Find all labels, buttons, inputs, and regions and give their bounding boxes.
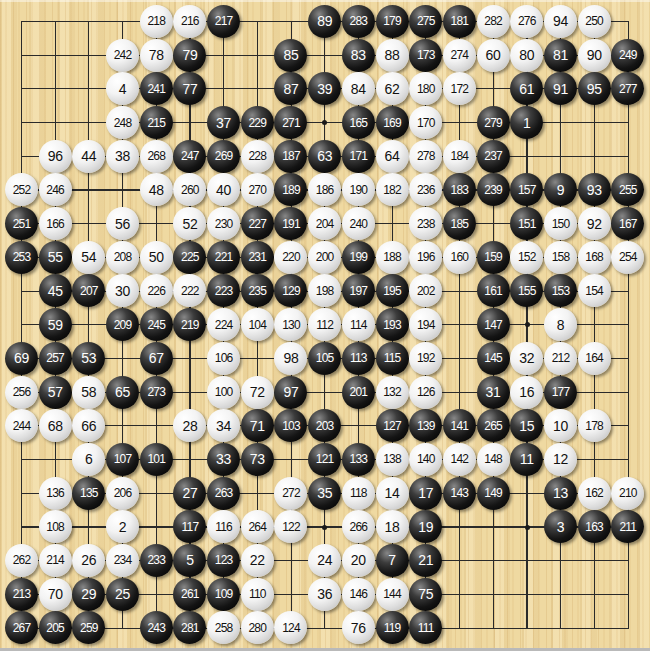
intersection-13-0[interactable]: 181 [443, 5, 477, 39]
white-stone-230[interactable]: 230 [207, 207, 240, 240]
black-stone-103[interactable]: 103 [274, 409, 307, 442]
intersection-11-11[interactable]: 132 [375, 375, 409, 409]
intersection-12-17[interactable]: 75 [409, 577, 443, 611]
black-stone-101[interactable]: 101 [140, 443, 173, 476]
intersection-4-15[interactable] [139, 510, 173, 544]
intersection-3-15[interactable]: 2 [106, 510, 140, 544]
white-stone-56[interactable]: 56 [106, 207, 139, 240]
intersection-9-18[interactable] [308, 611, 342, 645]
black-stone-223[interactable]: 223 [207, 274, 240, 307]
intersection-0-16[interactable]: 262 [5, 544, 39, 578]
black-stone-39[interactable]: 39 [308, 72, 341, 105]
white-stone-160[interactable]: 160 [443, 241, 476, 274]
intersection-13-10[interactable] [443, 342, 477, 376]
black-stone-245[interactable]: 245 [140, 308, 173, 341]
white-stone-6[interactable]: 6 [72, 443, 105, 476]
intersection-1-13[interactable] [38, 443, 72, 477]
white-stone-236[interactable]: 236 [409, 173, 442, 206]
intersection-4-2[interactable]: 241 [139, 72, 173, 106]
intersection-3-1[interactable]: 242 [106, 38, 140, 72]
black-stone-271[interactable]: 271 [274, 106, 307, 139]
intersection-15-14[interactable] [510, 476, 544, 510]
intersection-1-5[interactable]: 246 [38, 173, 72, 207]
white-stone-166[interactable]: 166 [39, 207, 72, 240]
intersection-0-11[interactable]: 256 [5, 375, 39, 409]
intersection-6-3[interactable]: 37 [207, 106, 241, 140]
intersection-7-15[interactable]: 264 [240, 510, 274, 544]
intersection-6-4[interactable]: 269 [207, 139, 241, 173]
intersection-3-10[interactable] [106, 342, 140, 376]
white-stone-94[interactable]: 94 [544, 5, 577, 38]
white-stone-12[interactable]: 12 [544, 443, 577, 476]
intersection-5-8[interactable]: 222 [173, 274, 207, 308]
intersection-11-6[interactable] [375, 207, 409, 241]
black-stone-177[interactable]: 177 [544, 376, 577, 409]
intersection-18-11[interactable] [611, 375, 645, 409]
intersection-18-0[interactable] [611, 5, 645, 39]
white-stone-270[interactable]: 270 [241, 173, 274, 206]
black-stone-163[interactable]: 163 [578, 510, 611, 543]
intersection-2-14[interactable]: 135 [72, 476, 106, 510]
white-stone-44[interactable]: 44 [72, 140, 105, 173]
intersection-6-17[interactable]: 109 [207, 577, 241, 611]
intersection-18-12[interactable] [611, 409, 645, 443]
intersection-6-15[interactable]: 116 [207, 510, 241, 544]
white-stone-66[interactable]: 66 [72, 409, 105, 442]
white-stone-58[interactable]: 58 [72, 376, 105, 409]
white-stone-118[interactable]: 118 [342, 477, 375, 510]
black-stone-195[interactable]: 195 [376, 274, 409, 307]
intersection-7-7[interactable]: 231 [240, 240, 274, 274]
intersection-14-17[interactable] [476, 577, 510, 611]
intersection-15-7[interactable]: 152 [510, 240, 544, 274]
intersection-2-15[interactable] [72, 510, 106, 544]
black-stone-259[interactable]: 259 [72, 611, 105, 644]
black-stone-119[interactable]: 119 [376, 611, 409, 644]
intersection-17-1[interactable]: 90 [577, 38, 611, 72]
intersection-6-6[interactable]: 230 [207, 207, 241, 241]
intersection-7-18[interactable]: 280 [240, 611, 274, 645]
intersection-1-18[interactable]: 205 [38, 611, 72, 645]
black-stone-3[interactable]: 3 [544, 510, 577, 543]
intersection-13-2[interactable]: 172 [443, 72, 477, 106]
intersection-10-17[interactable]: 146 [342, 577, 376, 611]
intersection-16-16[interactable] [544, 544, 578, 578]
intersection-7-10[interactable] [240, 342, 274, 376]
intersection-1-4[interactable]: 96 [38, 139, 72, 173]
intersection-10-10[interactable]: 113 [342, 342, 376, 376]
black-stone-233[interactable]: 233 [140, 544, 173, 577]
white-stone-206[interactable]: 206 [106, 477, 139, 510]
black-stone-203[interactable]: 203 [308, 409, 341, 442]
intersection-7-1[interactable] [240, 38, 274, 72]
black-stone-77[interactable]: 77 [173, 72, 206, 105]
white-stone-274[interactable]: 274 [443, 39, 476, 72]
intersection-12-4[interactable]: 278 [409, 139, 443, 173]
intersection-15-11[interactable]: 16 [510, 375, 544, 409]
intersection-10-5[interactable]: 190 [342, 173, 376, 207]
intersection-11-9[interactable]: 193 [375, 308, 409, 342]
white-stone-210[interactable]: 210 [611, 477, 644, 510]
intersection-4-13[interactable]: 101 [139, 443, 173, 477]
intersection-0-10[interactable]: 69 [5, 342, 39, 376]
intersection-15-4[interactable] [510, 139, 544, 173]
intersection-10-8[interactable]: 197 [342, 274, 376, 308]
black-stone-57[interactable]: 57 [39, 376, 72, 409]
intersection-4-11[interactable]: 273 [139, 375, 173, 409]
intersection-15-13[interactable]: 11 [510, 443, 544, 477]
intersection-17-8[interactable]: 154 [577, 274, 611, 308]
intersection-11-16[interactable]: 7 [375, 544, 409, 578]
intersection-5-18[interactable]: 281 [173, 611, 207, 645]
black-stone-267[interactable]: 267 [5, 611, 38, 644]
white-stone-90[interactable]: 90 [578, 39, 611, 72]
black-stone-229[interactable]: 229 [241, 106, 274, 139]
intersection-0-12[interactable]: 244 [5, 409, 39, 443]
intersection-6-1[interactable] [207, 38, 241, 72]
intersection-0-6[interactable]: 251 [5, 207, 39, 241]
intersection-16-6[interactable]: 150 [544, 207, 578, 241]
intersection-0-4[interactable] [5, 139, 39, 173]
black-stone-227[interactable]: 227 [241, 207, 274, 240]
black-stone-277[interactable]: 277 [611, 72, 644, 105]
white-stone-142[interactable]: 142 [443, 443, 476, 476]
black-stone-83[interactable]: 83 [342, 39, 375, 72]
intersection-4-8[interactable]: 226 [139, 274, 173, 308]
black-stone-161[interactable]: 161 [477, 274, 510, 307]
intersection-17-0[interactable]: 250 [577, 5, 611, 39]
intersection-12-16[interactable]: 21 [409, 544, 443, 578]
intersection-10-6[interactable]: 240 [342, 207, 376, 241]
black-stone-171[interactable]: 171 [342, 140, 375, 173]
intersection-12-7[interactable]: 196 [409, 240, 443, 274]
intersection-12-18[interactable]: 111 [409, 611, 443, 645]
intersection-14-14[interactable]: 149 [476, 476, 510, 510]
black-stone-127[interactable]: 127 [376, 409, 409, 442]
white-stone-238[interactable]: 238 [409, 207, 442, 240]
black-stone-257[interactable]: 257 [39, 342, 72, 375]
white-stone-112[interactable]: 112 [308, 308, 341, 341]
intersection-0-8[interactable] [5, 274, 39, 308]
white-stone-224[interactable]: 224 [207, 308, 240, 341]
intersection-9-3[interactable] [308, 106, 342, 140]
black-stone-201[interactable]: 201 [342, 376, 375, 409]
black-stone-215[interactable]: 215 [140, 106, 173, 139]
intersection-3-5[interactable] [106, 173, 140, 207]
intersection-8-3[interactable]: 271 [274, 106, 308, 140]
white-stone-278[interactable]: 278 [409, 140, 442, 173]
intersection-13-8[interactable] [443, 274, 477, 308]
intersection-8-8[interactable]: 129 [274, 274, 308, 308]
white-stone-98[interactable]: 98 [274, 342, 307, 375]
white-stone-172[interactable]: 172 [443, 72, 476, 105]
intersection-0-14[interactable] [5, 476, 39, 510]
intersection-13-14[interactable]: 143 [443, 476, 477, 510]
intersection-3-14[interactable]: 206 [106, 476, 140, 510]
black-stone-89[interactable]: 89 [308, 5, 341, 38]
white-stone-282[interactable]: 282 [477, 5, 510, 38]
intersection-18-14[interactable]: 210 [611, 476, 645, 510]
intersection-0-17[interactable]: 213 [5, 577, 39, 611]
intersection-3-3[interactable]: 248 [106, 106, 140, 140]
intersection-10-13[interactable]: 133 [342, 443, 376, 477]
black-stone-247[interactable]: 247 [173, 140, 206, 173]
black-stone-251[interactable]: 251 [5, 207, 38, 240]
black-stone-231[interactable]: 231 [241, 241, 274, 274]
intersection-16-18[interactable] [544, 611, 578, 645]
black-stone-135[interactable]: 135 [72, 477, 105, 510]
intersection-10-7[interactable]: 199 [342, 240, 376, 274]
black-stone-185[interactable]: 185 [443, 207, 476, 240]
white-stone-20[interactable]: 20 [342, 544, 375, 577]
white-stone-30[interactable]: 30 [106, 274, 139, 307]
intersection-7-13[interactable]: 73 [240, 443, 274, 477]
white-stone-234[interactable]: 234 [106, 544, 139, 577]
intersection-10-11[interactable]: 201 [342, 375, 376, 409]
black-stone-261[interactable]: 261 [173, 578, 206, 611]
intersection-9-14[interactable]: 35 [308, 476, 342, 510]
intersection-16-4[interactable] [544, 139, 578, 173]
intersection-17-16[interactable] [577, 544, 611, 578]
intersection-10-14[interactable]: 118 [342, 476, 376, 510]
intersection-9-9[interactable]: 112 [308, 308, 342, 342]
black-stone-243[interactable]: 243 [140, 611, 173, 644]
white-stone-68[interactable]: 68 [39, 409, 72, 442]
intersection-8-10[interactable]: 98 [274, 342, 308, 376]
intersection-7-0[interactable] [240, 5, 274, 39]
intersection-18-1[interactable]: 249 [611, 38, 645, 72]
black-stone-241[interactable]: 241 [140, 72, 173, 105]
white-stone-182[interactable]: 182 [376, 173, 409, 206]
intersection-11-13[interactable]: 138 [375, 443, 409, 477]
intersection-8-13[interactable] [274, 443, 308, 477]
intersection-2-2[interactable] [72, 72, 106, 106]
intersection-16-13[interactable]: 12 [544, 443, 578, 477]
intersection-3-18[interactable] [106, 611, 140, 645]
black-stone-159[interactable]: 159 [477, 241, 510, 274]
intersection-5-13[interactable] [173, 443, 207, 477]
black-stone-5[interactable]: 5 [173, 544, 206, 577]
white-stone-104[interactable]: 104 [241, 308, 274, 341]
white-stone-188[interactable]: 188 [376, 241, 409, 274]
white-stone-214[interactable]: 214 [39, 544, 72, 577]
intersection-2-16[interactable]: 26 [72, 544, 106, 578]
white-stone-24[interactable]: 24 [308, 544, 341, 577]
intersection-16-17[interactable] [544, 577, 578, 611]
black-stone-239[interactable]: 239 [477, 173, 510, 206]
intersection-9-7[interactable]: 200 [308, 240, 342, 274]
intersection-10-18[interactable]: 76 [342, 611, 376, 645]
intersection-4-9[interactable]: 245 [139, 308, 173, 342]
white-stone-220[interactable]: 220 [274, 241, 307, 274]
black-stone-217[interactable]: 217 [207, 5, 240, 38]
intersection-15-9[interactable] [510, 308, 544, 342]
intersection-14-13[interactable]: 148 [476, 443, 510, 477]
black-stone-37[interactable]: 37 [207, 106, 240, 139]
intersection-11-3[interactable]: 169 [375, 106, 409, 140]
black-stone-207[interactable]: 207 [72, 274, 105, 307]
intersection-4-14[interactable] [139, 476, 173, 510]
intersection-5-5[interactable]: 260 [173, 173, 207, 207]
intersection-7-14[interactable] [240, 476, 274, 510]
white-stone-64[interactable]: 64 [376, 140, 409, 173]
intersection-14-15[interactable] [476, 510, 510, 544]
black-stone-71[interactable]: 71 [241, 409, 274, 442]
intersection-8-18[interactable]: 124 [274, 611, 308, 645]
black-stone-209[interactable]: 209 [106, 308, 139, 341]
intersection-4-10[interactable]: 67 [139, 342, 173, 376]
black-stone-97[interactable]: 97 [274, 376, 307, 409]
black-stone-279[interactable]: 279 [477, 106, 510, 139]
black-stone-283[interactable]: 283 [342, 5, 375, 38]
intersection-14-6[interactable] [476, 207, 510, 241]
intersection-17-4[interactable] [577, 139, 611, 173]
intersection-14-1[interactable]: 60 [476, 38, 510, 72]
black-stone-7[interactable]: 7 [376, 544, 409, 577]
intersection-12-3[interactable]: 170 [409, 106, 443, 140]
white-stone-208[interactable]: 208 [106, 241, 139, 274]
black-stone-59[interactable]: 59 [39, 308, 72, 341]
intersection-11-0[interactable]: 179 [375, 5, 409, 39]
black-stone-219[interactable]: 219 [173, 308, 206, 341]
intersection-2-6[interactable] [72, 207, 106, 241]
intersection-12-14[interactable]: 17 [409, 476, 443, 510]
intersection-7-5[interactable]: 270 [240, 173, 274, 207]
intersection-10-16[interactable]: 20 [342, 544, 376, 578]
white-stone-70[interactable]: 70 [39, 578, 72, 611]
white-stone-84[interactable]: 84 [342, 72, 375, 105]
white-stone-252[interactable]: 252 [5, 173, 38, 206]
black-stone-33[interactable]: 33 [207, 443, 240, 476]
white-stone-180[interactable]: 180 [409, 72, 442, 105]
intersection-17-7[interactable]: 168 [577, 240, 611, 274]
intersection-6-7[interactable]: 221 [207, 240, 241, 274]
black-stone-123[interactable]: 123 [207, 544, 240, 577]
black-stone-121[interactable]: 121 [308, 443, 341, 476]
intersection-14-12[interactable]: 265 [476, 409, 510, 443]
intersection-13-3[interactable] [443, 106, 477, 140]
black-stone-67[interactable]: 67 [140, 342, 173, 375]
intersection-5-1[interactable]: 79 [173, 38, 207, 72]
intersection-5-4[interactable]: 247 [173, 139, 207, 173]
black-stone-141[interactable]: 141 [443, 409, 476, 442]
intersection-13-1[interactable]: 274 [443, 38, 477, 72]
intersection-18-18[interactable] [611, 611, 645, 645]
intersection-13-16[interactable] [443, 544, 477, 578]
intersection-14-5[interactable]: 239 [476, 173, 510, 207]
intersection-15-18[interactable] [510, 611, 544, 645]
black-stone-73[interactable]: 73 [241, 443, 274, 476]
intersection-18-2[interactable]: 277 [611, 72, 645, 106]
intersection-11-18[interactable]: 119 [375, 611, 409, 645]
intersection-1-12[interactable]: 68 [38, 409, 72, 443]
intersection-11-4[interactable]: 64 [375, 139, 409, 173]
white-stone-258[interactable]: 258 [207, 611, 240, 644]
intersection-6-14[interactable]: 263 [207, 476, 241, 510]
black-stone-81[interactable]: 81 [544, 39, 577, 72]
intersection-8-15[interactable]: 122 [274, 510, 308, 544]
black-stone-139[interactable]: 139 [409, 409, 442, 442]
intersection-2-1[interactable] [72, 38, 106, 72]
white-stone-138[interactable]: 138 [376, 443, 409, 476]
black-stone-147[interactable]: 147 [477, 308, 510, 341]
black-stone-21[interactable]: 21 [409, 544, 442, 577]
black-stone-165[interactable]: 165 [342, 106, 375, 139]
intersection-1-0[interactable] [38, 5, 72, 39]
intersection-0-15[interactable] [5, 510, 39, 544]
black-stone-129[interactable]: 129 [274, 274, 307, 307]
black-stone-65[interactable]: 65 [106, 376, 139, 409]
intersection-2-5[interactable] [72, 173, 106, 207]
white-stone-8[interactable]: 8 [544, 308, 577, 341]
intersection-7-16[interactable]: 22 [240, 544, 274, 578]
black-stone-115[interactable]: 115 [376, 342, 409, 375]
intersection-2-4[interactable]: 44 [72, 139, 106, 173]
black-stone-173[interactable]: 173 [409, 39, 442, 72]
intersection-5-9[interactable]: 219 [173, 308, 207, 342]
white-stone-2[interactable]: 2 [106, 510, 139, 543]
black-stone-183[interactable]: 183 [443, 173, 476, 206]
white-stone-130[interactable]: 130 [274, 308, 307, 341]
intersection-16-5[interactable]: 9 [544, 173, 578, 207]
black-stone-181[interactable]: 181 [443, 5, 476, 38]
intersection-9-13[interactable]: 121 [308, 443, 342, 477]
black-stone-153[interactable]: 153 [544, 274, 577, 307]
black-stone-149[interactable]: 149 [477, 477, 510, 510]
intersection-2-0[interactable] [72, 5, 106, 39]
intersection-10-0[interactable]: 283 [342, 5, 376, 39]
intersection-18-4[interactable] [611, 139, 645, 173]
intersection-16-7[interactable]: 158 [544, 240, 578, 274]
black-stone-225[interactable]: 225 [173, 241, 206, 274]
intersection-15-15[interactable] [510, 510, 544, 544]
white-stone-154[interactable]: 154 [578, 274, 611, 307]
white-stone-260[interactable]: 260 [173, 173, 206, 206]
black-stone-111[interactable]: 111 [409, 611, 442, 644]
black-stone-199[interactable]: 199 [342, 241, 375, 274]
white-stone-152[interactable]: 152 [510, 241, 543, 274]
intersection-9-8[interactable]: 198 [308, 274, 342, 308]
intersection-16-8[interactable]: 153 [544, 274, 578, 308]
intersection-17-14[interactable]: 162 [577, 476, 611, 510]
intersection-1-11[interactable]: 57 [38, 375, 72, 409]
intersection-7-3[interactable]: 229 [240, 106, 274, 140]
black-stone-19[interactable]: 19 [409, 510, 442, 543]
intersection-18-7[interactable]: 254 [611, 240, 645, 274]
black-stone-169[interactable]: 169 [376, 106, 409, 139]
black-stone-263[interactable]: 263 [207, 477, 240, 510]
white-stone-264[interactable]: 264 [241, 510, 274, 543]
black-stone-191[interactable]: 191 [274, 207, 307, 240]
white-stone-4[interactable]: 4 [106, 72, 139, 105]
intersection-11-2[interactable]: 62 [375, 72, 409, 106]
intersection-12-8[interactable]: 202 [409, 274, 443, 308]
white-stone-88[interactable]: 88 [376, 39, 409, 72]
black-stone-189[interactable]: 189 [274, 173, 307, 206]
intersection-8-4[interactable]: 187 [274, 139, 308, 173]
white-stone-170[interactable]: 170 [409, 106, 442, 139]
intersection-14-4[interactable]: 237 [476, 139, 510, 173]
intersection-15-1[interactable]: 80 [510, 38, 544, 72]
white-stone-52[interactable]: 52 [173, 207, 206, 240]
white-stone-114[interactable]: 114 [342, 308, 375, 341]
white-stone-168[interactable]: 168 [578, 241, 611, 274]
intersection-17-3[interactable] [577, 106, 611, 140]
intersection-5-12[interactable]: 28 [173, 409, 207, 443]
intersection-2-9[interactable] [72, 308, 106, 342]
white-stone-218[interactable]: 218 [140, 5, 173, 38]
intersection-5-7[interactable]: 225 [173, 240, 207, 274]
